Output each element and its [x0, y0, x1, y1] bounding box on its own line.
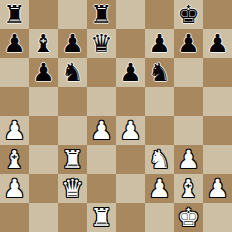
square-e6[interactable]: ♟	[116, 58, 145, 87]
piece-black-pawn[interactable]: ♟	[177, 29, 199, 58]
piece-white-knight[interactable]: ♞	[148, 145, 170, 174]
square-e8[interactable]	[116, 0, 145, 29]
square-d2[interactable]	[87, 174, 116, 203]
square-h7[interactable]: ♟	[203, 29, 232, 58]
piece-black-knight[interactable]: ♞	[148, 58, 170, 87]
square-a5[interactable]	[0, 87, 29, 116]
square-d3[interactable]	[87, 145, 116, 174]
square-f3[interactable]: ♞	[145, 145, 174, 174]
square-b7[interactable]: ♝	[29, 29, 58, 58]
square-b6[interactable]: ♟	[29, 58, 58, 87]
piece-white-pawn[interactable]: ♟	[3, 174, 25, 203]
square-e7[interactable]	[116, 29, 145, 58]
square-d6[interactable]	[87, 58, 116, 87]
piece-black-knight[interactable]: ♞	[61, 58, 83, 87]
piece-white-king[interactable]: ♚	[177, 203, 199, 232]
piece-white-pawn[interactable]: ♟	[206, 174, 228, 203]
square-a6[interactable]	[0, 58, 29, 87]
square-c7[interactable]: ♟	[58, 29, 87, 58]
piece-black-pawn[interactable]: ♟	[32, 58, 54, 87]
square-c5[interactable]	[58, 87, 87, 116]
piece-white-pawn[interactable]: ♟	[90, 116, 112, 145]
piece-black-pawn[interactable]: ♟	[148, 29, 170, 58]
square-a8[interactable]: ♜	[0, 0, 29, 29]
piece-black-pawn[interactable]: ♟	[119, 58, 141, 87]
square-f1[interactable]	[145, 203, 174, 232]
square-e1[interactable]	[116, 203, 145, 232]
square-g1[interactable]: ♚	[174, 203, 203, 232]
square-d5[interactable]	[87, 87, 116, 116]
piece-black-pawn[interactable]: ♟	[206, 29, 228, 58]
square-d8[interactable]: ♜	[87, 0, 116, 29]
piece-black-pawn[interactable]: ♟	[3, 29, 25, 58]
square-a7[interactable]: ♟	[0, 29, 29, 58]
square-b4[interactable]	[29, 116, 58, 145]
square-b1[interactable]	[29, 203, 58, 232]
square-c3[interactable]: ♜	[58, 145, 87, 174]
piece-white-pawn[interactable]: ♟	[148, 174, 170, 203]
square-a1[interactable]	[0, 203, 29, 232]
piece-white-pawn[interactable]: ♟	[119, 116, 141, 145]
square-g7[interactable]: ♟	[174, 29, 203, 58]
piece-white-bishop[interactable]: ♝	[3, 145, 25, 174]
square-c4[interactable]	[58, 116, 87, 145]
square-e4[interactable]: ♟	[116, 116, 145, 145]
square-c8[interactable]	[58, 0, 87, 29]
square-e5[interactable]	[116, 87, 145, 116]
square-g4[interactable]	[174, 116, 203, 145]
square-e3[interactable]	[116, 145, 145, 174]
piece-white-queen[interactable]: ♛	[61, 174, 83, 203]
square-h6[interactable]	[203, 58, 232, 87]
square-d7[interactable]: ♛	[87, 29, 116, 58]
piece-black-queen[interactable]: ♛	[90, 29, 112, 58]
piece-white-bishop[interactable]: ♝	[177, 174, 199, 203]
square-g5[interactable]	[174, 87, 203, 116]
square-d1[interactable]: ♜	[87, 203, 116, 232]
square-b8[interactable]	[29, 0, 58, 29]
square-f2[interactable]: ♟	[145, 174, 174, 203]
square-h3[interactable]	[203, 145, 232, 174]
chess-board: ♜♜♚♟♝♟♛♟♟♟♟♞♟♞♟♟♟♝♜♞♟♟♛♟♝♟♜♚	[0, 0, 232, 232]
square-c6[interactable]: ♞	[58, 58, 87, 87]
square-h2[interactable]: ♟	[203, 174, 232, 203]
square-h5[interactable]	[203, 87, 232, 116]
square-e2[interactable]	[116, 174, 145, 203]
square-b5[interactable]	[29, 87, 58, 116]
square-h8[interactable]	[203, 0, 232, 29]
square-f5[interactable]	[145, 87, 174, 116]
square-f7[interactable]: ♟	[145, 29, 174, 58]
piece-white-pawn[interactable]: ♟	[177, 145, 199, 174]
piece-black-rook[interactable]: ♜	[90, 0, 112, 29]
square-f8[interactable]	[145, 0, 174, 29]
square-b2[interactable]	[29, 174, 58, 203]
square-f6[interactable]: ♞	[145, 58, 174, 87]
square-f4[interactable]	[145, 116, 174, 145]
square-g6[interactable]	[174, 58, 203, 87]
square-a2[interactable]: ♟	[0, 174, 29, 203]
square-g2[interactable]: ♝	[174, 174, 203, 203]
square-h4[interactable]	[203, 116, 232, 145]
piece-black-rook[interactable]: ♜	[3, 0, 25, 29]
square-g3[interactable]: ♟	[174, 145, 203, 174]
square-b3[interactable]	[29, 145, 58, 174]
square-a3[interactable]: ♝	[0, 145, 29, 174]
piece-white-rook[interactable]: ♜	[61, 145, 83, 174]
piece-black-bishop[interactable]: ♝	[32, 29, 54, 58]
square-c2[interactable]: ♛	[58, 174, 87, 203]
square-c1[interactable]	[58, 203, 87, 232]
square-d4[interactable]: ♟	[87, 116, 116, 145]
square-h1[interactable]	[203, 203, 232, 232]
piece-white-rook[interactable]: ♜	[90, 203, 112, 232]
square-g8[interactable]: ♚	[174, 0, 203, 29]
piece-white-pawn[interactable]: ♟	[3, 116, 25, 145]
square-a4[interactable]: ♟	[0, 116, 29, 145]
piece-black-pawn[interactable]: ♟	[61, 29, 83, 58]
piece-black-king[interactable]: ♚	[177, 0, 199, 29]
